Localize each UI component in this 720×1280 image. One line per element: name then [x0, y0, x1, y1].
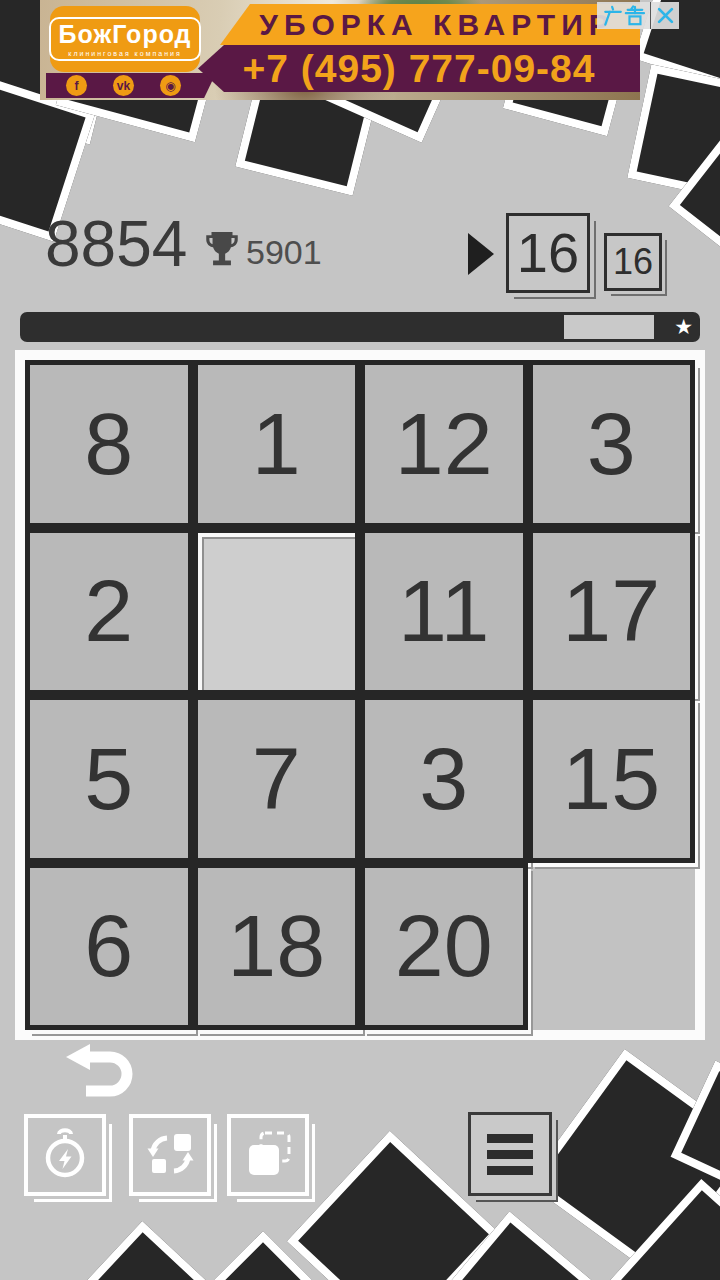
booster-select-button[interactable] [227, 1114, 309, 1196]
advertiser-brand: БожГород [59, 22, 192, 47]
empty-space [528, 863, 696, 1031]
next-tile-secondary: 16 [604, 233, 662, 291]
next-tile-primary: 16 [506, 213, 590, 293]
advertiser-subtitle: клининговая компания [68, 50, 181, 57]
tile-18[interactable]: 18 [193, 863, 361, 1031]
facebook-icon[interactable]: f [66, 75, 87, 96]
menu-button[interactable] [468, 1112, 552, 1196]
ad-close-button[interactable] [651, 2, 679, 29]
undo-button[interactable] [62, 1042, 136, 1102]
tile-20[interactable]: 20 [360, 863, 528, 1031]
progress-remaining-segment [564, 315, 654, 339]
tile-5[interactable]: 5 [25, 695, 193, 863]
vk-icon[interactable]: vk [113, 75, 134, 96]
board-grid: 81123211175731561820 [25, 360, 695, 1030]
instagram-icon[interactable]: ◉ [160, 75, 181, 96]
progress-bar: ★ [20, 312, 700, 342]
booster-timer-button[interactable] [24, 1114, 106, 1196]
ad-social-icons: f vk ◉ [46, 73, 216, 98]
hamburger-icon [487, 1134, 533, 1143]
tile-1[interactable]: 1 [193, 360, 361, 528]
tile-8[interactable]: 8 [25, 360, 193, 528]
swap-tiles-icon [143, 1127, 197, 1184]
trophy-icon [204, 230, 240, 276]
empty-slot[interactable] [193, 528, 361, 696]
next-arrow-icon [468, 233, 494, 275]
tile-11[interactable]: 11 [360, 528, 528, 696]
ad-phone: +7 (495) 777-09-84 [198, 45, 640, 92]
select-tile-icon [241, 1127, 295, 1184]
tile-2[interactable]: 2 [25, 528, 193, 696]
stopwatch-bolt-icon [38, 1126, 92, 1185]
score-value: 8854 [45, 212, 187, 276]
tile-17[interactable]: 17 [528, 528, 696, 696]
tile-3[interactable]: 3 [360, 695, 528, 863]
star-icon: ★ [674, 316, 693, 337]
tile-3[interactable]: 3 [528, 360, 696, 528]
tile-12[interactable]: 12 [360, 360, 528, 528]
board: 81123211175731561820 [15, 350, 705, 1040]
booster-swap-button[interactable] [129, 1114, 211, 1196]
tile-15[interactable]: 15 [528, 695, 696, 863]
ad-headline: УБОРКА КВАРТИР [220, 4, 640, 45]
tile-7[interactable]: 7 [193, 695, 361, 863]
tile-6[interactable]: 6 [25, 863, 193, 1031]
ad-badge-icon [597, 2, 651, 29]
trophy-score: 5901 [246, 235, 322, 269]
advertiser-logo: БожГород клининговая компания [50, 6, 200, 72]
ad-banner[interactable]: БожГород клининговая компания f vk ◉ УБО… [40, 0, 640, 100]
decor-square [53, 1221, 238, 1280]
game-screen: БожГород клининговая компания f vk ◉ УБО… [0, 0, 720, 1280]
